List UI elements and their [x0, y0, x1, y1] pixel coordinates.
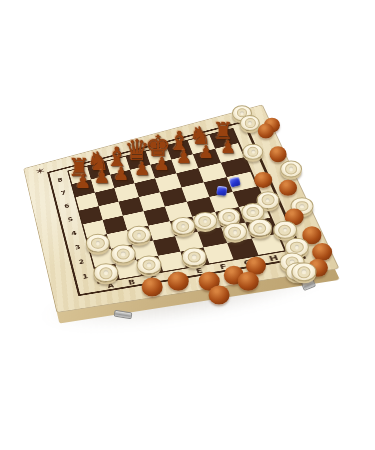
checker-cream — [291, 262, 316, 281]
checker-cream — [93, 263, 118, 282]
checker-cream — [248, 219, 272, 237]
checker-brown — [258, 124, 274, 139]
checker-cream — [182, 248, 207, 267]
checker-brown — [142, 278, 163, 297]
checker-cream — [193, 212, 217, 230]
pieces-layer: ♜♞♝♛♚♝♞♜♟♟♟♟♟♟♟♟ — [0, 0, 375, 450]
checker-cream — [223, 223, 247, 241]
checker-brown — [270, 146, 287, 162]
die-blue — [216, 186, 227, 197]
checker-cream — [280, 161, 302, 178]
chess-piece-pawn-brown: ♟ — [220, 139, 236, 156]
chess-piece-pawn-brown: ♟ — [75, 173, 92, 191]
checker-brown — [168, 272, 189, 291]
checker-brown — [279, 180, 297, 196]
product-photo: ✶ 87654321 ABCDEFGH ♜♞♝♛♚♝♞♜♟♟♟♟♟♟♟♟ — [0, 0, 375, 450]
chess-piece-pawn-brown: ♟ — [198, 144, 214, 162]
checker-cream — [242, 144, 263, 160]
checker-cream — [111, 245, 136, 264]
chess-piece-pawn-brown: ♟ — [154, 155, 170, 173]
checker-brown — [254, 172, 272, 188]
chess-piece-pawn-brown: ♟ — [113, 165, 129, 183]
checker-cream — [86, 234, 110, 253]
checker-cream — [273, 221, 297, 239]
chess-piece-pawn-brown: ♟ — [134, 160, 150, 178]
chess-piece-pawn-brown: ♟ — [94, 168, 110, 186]
die-blue — [229, 177, 241, 188]
checker-cream — [137, 255, 162, 274]
chess-piece-pawn-brown: ♟ — [176, 149, 192, 167]
checker-cream — [171, 217, 195, 235]
checker-brown — [238, 272, 259, 291]
checker-brown — [209, 285, 230, 304]
checker-cream — [127, 226, 151, 244]
